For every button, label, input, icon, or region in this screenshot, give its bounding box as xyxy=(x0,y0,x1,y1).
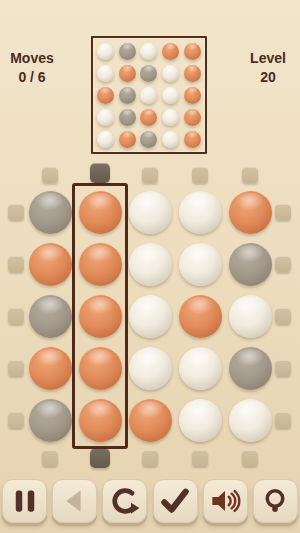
moves-value: 0 / 6 xyxy=(0,68,64,87)
pause-icon xyxy=(10,486,40,516)
target-cell-r4c5 xyxy=(184,109,201,126)
pause-button[interactable] xyxy=(2,479,47,523)
target-cell-r3c3 xyxy=(140,87,157,104)
board-cell-r1c1[interactable] xyxy=(29,191,72,234)
board-cell-r4c4[interactable] xyxy=(179,347,222,390)
board-cell-r3c3[interactable] xyxy=(129,295,172,338)
row-handle-right-2[interactable] xyxy=(275,256,291,272)
hint-button[interactable] xyxy=(253,479,298,523)
board-cell-r3c5[interactable] xyxy=(229,295,272,338)
board-cell-r3c1[interactable] xyxy=(29,295,72,338)
col-handle-top-5[interactable] xyxy=(242,167,258,183)
col-handle-bottom-5[interactable] xyxy=(242,450,258,466)
row-handle-left-1[interactable] xyxy=(8,204,24,220)
row-handle-left-5[interactable] xyxy=(8,412,24,428)
target-cell-r2c5 xyxy=(184,65,201,82)
board-cell-r4c1[interactable] xyxy=(29,347,72,390)
target-cell-r1c5 xyxy=(184,43,201,60)
target-cell-r2c4 xyxy=(162,65,179,82)
target-cell-r1c3 xyxy=(140,43,157,60)
row-handle-left-2[interactable] xyxy=(8,256,24,272)
restart-icon xyxy=(109,485,141,517)
target-cell-r1c2 xyxy=(119,43,136,60)
col-handle-top-3[interactable] xyxy=(142,167,158,183)
col-handle-bottom-2[interactable] xyxy=(90,448,110,468)
board-cell-r2c3[interactable] xyxy=(129,243,172,286)
target-cell-r5c1 xyxy=(97,131,114,148)
target-cell-r4c2 xyxy=(119,109,136,126)
row-handle-right-5[interactable] xyxy=(275,412,291,428)
target-cell-r1c1 xyxy=(97,43,114,60)
game-screen: Moves 0 / 6 Level 20 xyxy=(0,0,300,533)
target-cell-r5c5 xyxy=(184,131,201,148)
level-indicator: Level 20 xyxy=(236,49,300,87)
level-label: Level xyxy=(236,49,300,68)
board-cell-r3c4[interactable] xyxy=(179,295,222,338)
back-arrow-icon xyxy=(60,486,90,516)
main-board xyxy=(25,186,275,446)
target-cell-r3c4 xyxy=(162,87,179,104)
target-cell-r3c1 xyxy=(97,87,114,104)
board-cell-r5c4[interactable] xyxy=(179,399,222,442)
target-cell-r2c2 xyxy=(119,65,136,82)
board-cell-r1c4[interactable] xyxy=(179,191,222,234)
target-cell-r5c3 xyxy=(140,131,157,148)
row-handle-right-4[interactable] xyxy=(275,360,291,376)
target-cell-r4c4 xyxy=(162,109,179,126)
board-cell-r4c3[interactable] xyxy=(129,347,172,390)
target-cell-r5c4 xyxy=(162,131,179,148)
target-cell-r2c1 xyxy=(97,65,114,82)
target-cell-r1c4 xyxy=(162,43,179,60)
col-handle-top-4[interactable] xyxy=(192,167,208,183)
row-handle-left-3[interactable] xyxy=(8,308,24,324)
target-cell-r4c3 xyxy=(140,109,157,126)
moves-counter: Moves 0 / 6 xyxy=(0,49,64,87)
board-cell-r2c5[interactable] xyxy=(229,243,272,286)
target-cell-r4c1 xyxy=(97,109,114,126)
col-handle-top-2[interactable] xyxy=(90,163,110,183)
board-cell-r2c4[interactable] xyxy=(179,243,222,286)
checkmark-icon xyxy=(159,485,191,517)
lightbulb-icon xyxy=(260,486,290,516)
selected-column-outline xyxy=(72,183,128,449)
board-cell-r5c1[interactable] xyxy=(29,399,72,442)
board-cell-r5c5[interactable] xyxy=(229,399,272,442)
back-button[interactable] xyxy=(52,479,97,523)
row-handle-left-4[interactable] xyxy=(8,360,24,376)
row-handle-right-3[interactable] xyxy=(275,308,291,324)
target-pattern-board xyxy=(91,36,207,154)
check-button[interactable] xyxy=(153,479,198,523)
col-handle-bottom-4[interactable] xyxy=(192,450,208,466)
restart-button[interactable] xyxy=(102,479,147,523)
board-cell-r5c3[interactable] xyxy=(129,399,172,442)
target-cell-r3c2 xyxy=(119,87,136,104)
board-cell-r2c1[interactable] xyxy=(29,243,72,286)
col-handle-top-1[interactable] xyxy=(42,167,58,183)
moves-label: Moves xyxy=(0,49,64,68)
col-handle-bottom-3[interactable] xyxy=(142,450,158,466)
target-cell-r2c3 xyxy=(140,65,157,82)
target-cell-r5c2 xyxy=(119,131,136,148)
level-value: 20 xyxy=(236,68,300,87)
speaker-icon xyxy=(209,485,241,517)
target-cell-r3c5 xyxy=(184,87,201,104)
row-handle-right-1[interactable] xyxy=(275,204,291,220)
board-cell-r1c3[interactable] xyxy=(129,191,172,234)
col-handle-bottom-1[interactable] xyxy=(42,450,58,466)
board-cell-r1c5[interactable] xyxy=(229,191,272,234)
sound-button[interactable] xyxy=(203,479,248,523)
toolbar xyxy=(2,479,298,523)
board-cell-r4c5[interactable] xyxy=(229,347,272,390)
